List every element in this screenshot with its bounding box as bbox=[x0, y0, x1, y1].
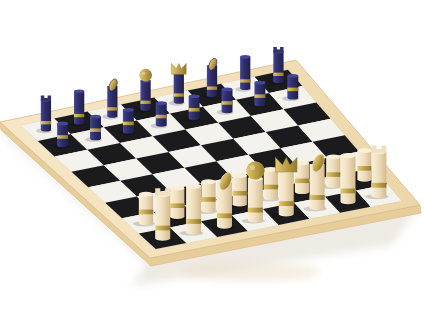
piece-body bbox=[140, 81, 150, 111]
reflection-smudge bbox=[180, 263, 320, 281]
chess-set-photo bbox=[0, 0, 424, 318]
ball-highlight bbox=[142, 71, 145, 74]
brass-band bbox=[90, 128, 101, 132]
piece-body bbox=[41, 100, 51, 132]
brass-band bbox=[217, 213, 232, 218]
piece-top bbox=[156, 101, 167, 105]
piece-top bbox=[240, 55, 250, 58]
piece-top bbox=[254, 81, 265, 85]
piece-top bbox=[90, 115, 101, 119]
brass-band bbox=[357, 166, 371, 171]
chess-board-scene bbox=[0, 0, 424, 318]
queen-gold-ball bbox=[139, 69, 152, 82]
brass-band bbox=[57, 135, 68, 139]
rook-crenellation bbox=[41, 96, 51, 101]
brass-band bbox=[74, 114, 84, 117]
piece-top bbox=[189, 94, 200, 98]
piece-top bbox=[341, 153, 356, 158]
rook-crenellation bbox=[371, 145, 386, 152]
brass-band bbox=[279, 201, 294, 206]
piece-body bbox=[174, 72, 184, 104]
piece-top bbox=[186, 184, 201, 189]
ball-highlight bbox=[250, 165, 255, 170]
piece-top bbox=[74, 90, 84, 93]
brass-band bbox=[240, 79, 250, 82]
brass-band bbox=[287, 88, 298, 92]
piece-body bbox=[74, 91, 84, 124]
brass-band bbox=[273, 73, 283, 76]
brass-band bbox=[201, 197, 215, 202]
brass-band bbox=[371, 183, 386, 188]
piece-top bbox=[326, 154, 340, 159]
piece-top bbox=[233, 173, 247, 178]
brass-band bbox=[207, 86, 217, 89]
brass-band bbox=[248, 208, 263, 213]
piece-top bbox=[139, 192, 153, 197]
piece-top bbox=[287, 74, 298, 78]
brass-band bbox=[186, 219, 201, 224]
brass-band bbox=[155, 226, 170, 231]
piece-top bbox=[201, 179, 215, 184]
brass-band bbox=[310, 195, 325, 200]
brass-band bbox=[233, 191, 247, 196]
piece-body bbox=[279, 170, 294, 216]
piece-top bbox=[222, 88, 233, 92]
brass-band bbox=[264, 185, 278, 190]
brass-band bbox=[174, 93, 184, 96]
piece-top bbox=[170, 186, 184, 191]
brass-band bbox=[326, 172, 340, 177]
piece-body bbox=[273, 51, 283, 83]
brass-band bbox=[123, 122, 134, 126]
brass-band bbox=[295, 178, 309, 183]
brass-band bbox=[41, 121, 51, 124]
piece-top bbox=[57, 122, 68, 126]
piece-top bbox=[357, 148, 371, 153]
brass-band bbox=[341, 189, 356, 194]
piece-body bbox=[155, 195, 170, 241]
piece-top bbox=[123, 108, 134, 112]
piece-body bbox=[248, 179, 263, 223]
piece-body bbox=[371, 152, 386, 198]
brass-band bbox=[139, 210, 153, 215]
queen-gold-ball bbox=[246, 161, 264, 179]
piece-body bbox=[186, 186, 201, 235]
piece-body bbox=[341, 156, 356, 205]
brass-band bbox=[254, 94, 265, 98]
rook-crenellation bbox=[273, 47, 283, 52]
brass-band bbox=[222, 101, 233, 105]
piece-body bbox=[240, 57, 250, 90]
brass-band bbox=[156, 115, 167, 119]
brass-band bbox=[140, 101, 150, 104]
king-gold-crown bbox=[171, 64, 186, 75]
brass-band bbox=[189, 108, 200, 112]
brass-band bbox=[107, 107, 117, 110]
brass-band bbox=[170, 203, 184, 208]
